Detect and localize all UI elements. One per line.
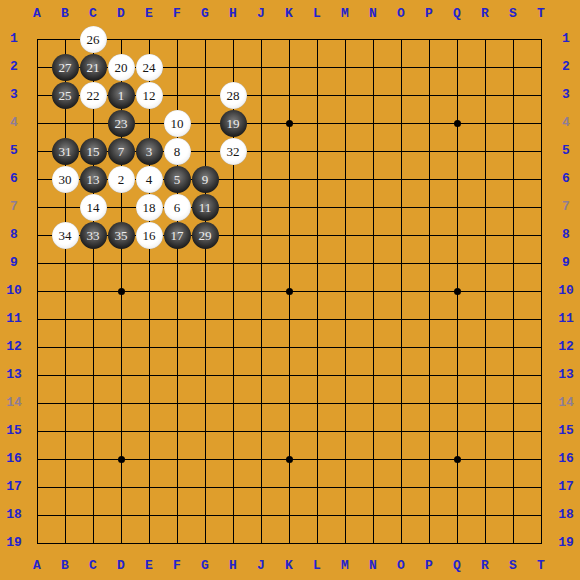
- intersection-L9[interactable]: [303, 249, 331, 277]
- intersection-M19[interactable]: [331, 529, 359, 557]
- intersection-H19[interactable]: [219, 529, 247, 557]
- intersection-J1[interactable]: [247, 25, 275, 53]
- intersection-A6[interactable]: [23, 165, 51, 193]
- intersection-O4[interactable]: [387, 109, 415, 137]
- intersection-T9[interactable]: [527, 249, 555, 277]
- intersection-D14[interactable]: [107, 389, 135, 417]
- intersection-C6[interactable]: 13: [79, 165, 107, 193]
- intersection-E1[interactable]: [135, 25, 163, 53]
- intersection-M7[interactable]: [331, 193, 359, 221]
- intersection-D1[interactable]: [107, 25, 135, 53]
- intersection-H11[interactable]: [219, 305, 247, 333]
- intersection-Q5[interactable]: [443, 137, 471, 165]
- intersection-C1[interactable]: 26: [79, 25, 107, 53]
- intersection-F18[interactable]: [163, 501, 191, 529]
- intersection-F14[interactable]: [163, 389, 191, 417]
- intersection-R1[interactable]: [471, 25, 499, 53]
- intersection-H5[interactable]: 32: [219, 137, 247, 165]
- intersection-K6[interactable]: [275, 165, 303, 193]
- intersection-T17[interactable]: [527, 473, 555, 501]
- intersection-F13[interactable]: [163, 361, 191, 389]
- intersection-E2[interactable]: 24: [135, 53, 163, 81]
- intersection-D10[interactable]: [107, 277, 135, 305]
- intersection-C18[interactable]: [79, 501, 107, 529]
- intersection-R15[interactable]: [471, 417, 499, 445]
- intersection-P16[interactable]: [415, 445, 443, 473]
- intersection-F16[interactable]: [163, 445, 191, 473]
- intersection-G3[interactable]: [191, 81, 219, 109]
- intersection-D16[interactable]: [107, 445, 135, 473]
- intersection-B14[interactable]: [51, 389, 79, 417]
- intersection-K10[interactable]: [275, 277, 303, 305]
- intersection-S13[interactable]: [499, 361, 527, 389]
- intersection-M18[interactable]: [331, 501, 359, 529]
- intersection-D3[interactable]: 1: [107, 81, 135, 109]
- intersection-A19[interactable]: [23, 529, 51, 557]
- intersection-N6[interactable]: [359, 165, 387, 193]
- intersection-F8[interactable]: 17: [163, 221, 191, 249]
- intersection-L10[interactable]: [303, 277, 331, 305]
- intersection-L7[interactable]: [303, 193, 331, 221]
- intersection-K19[interactable]: [275, 529, 303, 557]
- intersection-D5[interactable]: 7: [107, 137, 135, 165]
- intersection-S16[interactable]: [499, 445, 527, 473]
- intersection-S7[interactable]: [499, 193, 527, 221]
- intersection-L4[interactable]: [303, 109, 331, 137]
- intersection-R14[interactable]: [471, 389, 499, 417]
- intersection-F12[interactable]: [163, 333, 191, 361]
- intersection-L6[interactable]: [303, 165, 331, 193]
- intersection-L13[interactable]: [303, 361, 331, 389]
- intersection-F19[interactable]: [163, 529, 191, 557]
- intersection-A1[interactable]: [23, 25, 51, 53]
- intersection-G17[interactable]: [191, 473, 219, 501]
- intersection-T11[interactable]: [527, 305, 555, 333]
- intersection-C17[interactable]: [79, 473, 107, 501]
- intersection-A4[interactable]: [23, 109, 51, 137]
- intersection-P9[interactable]: [415, 249, 443, 277]
- intersection-O8[interactable]: [387, 221, 415, 249]
- intersection-O9[interactable]: [387, 249, 415, 277]
- intersection-N19[interactable]: [359, 529, 387, 557]
- intersection-D19[interactable]: [107, 529, 135, 557]
- intersection-K12[interactable]: [275, 333, 303, 361]
- intersection-F1[interactable]: [163, 25, 191, 53]
- intersection-Q12[interactable]: [443, 333, 471, 361]
- intersection-B6[interactable]: 30: [51, 165, 79, 193]
- intersection-M12[interactable]: [331, 333, 359, 361]
- intersection-S5[interactable]: [499, 137, 527, 165]
- intersection-N11[interactable]: [359, 305, 387, 333]
- intersection-O2[interactable]: [387, 53, 415, 81]
- intersection-L12[interactable]: [303, 333, 331, 361]
- intersection-F3[interactable]: [163, 81, 191, 109]
- intersection-N4[interactable]: [359, 109, 387, 137]
- intersection-R17[interactable]: [471, 473, 499, 501]
- intersection-J11[interactable]: [247, 305, 275, 333]
- intersection-M4[interactable]: [331, 109, 359, 137]
- intersection-J16[interactable]: [247, 445, 275, 473]
- intersection-D2[interactable]: 20: [107, 53, 135, 81]
- intersection-T6[interactable]: [527, 165, 555, 193]
- intersection-H7[interactable]: [219, 193, 247, 221]
- intersection-T13[interactable]: [527, 361, 555, 389]
- intersection-J19[interactable]: [247, 529, 275, 557]
- intersection-R3[interactable]: [471, 81, 499, 109]
- intersection-C13[interactable]: [79, 361, 107, 389]
- intersection-K18[interactable]: [275, 501, 303, 529]
- intersection-S12[interactable]: [499, 333, 527, 361]
- intersection-P4[interactable]: [415, 109, 443, 137]
- intersection-E18[interactable]: [135, 501, 163, 529]
- intersection-H10[interactable]: [219, 277, 247, 305]
- intersection-C4[interactable]: [79, 109, 107, 137]
- intersection-C11[interactable]: [79, 305, 107, 333]
- intersection-L2[interactable]: [303, 53, 331, 81]
- intersection-R12[interactable]: [471, 333, 499, 361]
- intersection-R16[interactable]: [471, 445, 499, 473]
- intersection-L15[interactable]: [303, 417, 331, 445]
- intersection-S8[interactable]: [499, 221, 527, 249]
- intersection-F2[interactable]: [163, 53, 191, 81]
- intersection-Q6[interactable]: [443, 165, 471, 193]
- intersection-E17[interactable]: [135, 473, 163, 501]
- intersection-N5[interactable]: [359, 137, 387, 165]
- intersection-C14[interactable]: [79, 389, 107, 417]
- intersection-Q19[interactable]: [443, 529, 471, 557]
- intersection-A10[interactable]: [23, 277, 51, 305]
- intersection-H8[interactable]: [219, 221, 247, 249]
- intersection-T19[interactable]: [527, 529, 555, 557]
- intersection-P13[interactable]: [415, 361, 443, 389]
- intersection-J8[interactable]: [247, 221, 275, 249]
- intersection-S15[interactable]: [499, 417, 527, 445]
- intersection-B11[interactable]: [51, 305, 79, 333]
- intersection-K17[interactable]: [275, 473, 303, 501]
- intersection-K3[interactable]: [275, 81, 303, 109]
- intersection-M5[interactable]: [331, 137, 359, 165]
- intersection-M17[interactable]: [331, 473, 359, 501]
- intersection-G13[interactable]: [191, 361, 219, 389]
- intersection-S3[interactable]: [499, 81, 527, 109]
- intersection-P8[interactable]: [415, 221, 443, 249]
- intersection-B5[interactable]: 31: [51, 137, 79, 165]
- intersection-B16[interactable]: [51, 445, 79, 473]
- intersection-B8[interactable]: 34: [51, 221, 79, 249]
- intersection-A12[interactable]: [23, 333, 51, 361]
- intersection-M10[interactable]: [331, 277, 359, 305]
- intersection-H1[interactable]: [219, 25, 247, 53]
- intersection-G16[interactable]: [191, 445, 219, 473]
- intersection-B13[interactable]: [51, 361, 79, 389]
- intersection-F9[interactable]: [163, 249, 191, 277]
- intersection-C10[interactable]: [79, 277, 107, 305]
- intersection-S11[interactable]: [499, 305, 527, 333]
- intersection-L16[interactable]: [303, 445, 331, 473]
- intersection-E19[interactable]: [135, 529, 163, 557]
- intersection-C2[interactable]: 21: [79, 53, 107, 81]
- intersection-N2[interactable]: [359, 53, 387, 81]
- intersection-T18[interactable]: [527, 501, 555, 529]
- intersection-J6[interactable]: [247, 165, 275, 193]
- intersection-G19[interactable]: [191, 529, 219, 557]
- intersection-T16[interactable]: [527, 445, 555, 473]
- intersection-T8[interactable]: [527, 221, 555, 249]
- intersection-D7[interactable]: [107, 193, 135, 221]
- intersection-E14[interactable]: [135, 389, 163, 417]
- intersection-M8[interactable]: [331, 221, 359, 249]
- intersection-L14[interactable]: [303, 389, 331, 417]
- intersection-B15[interactable]: [51, 417, 79, 445]
- intersection-K1[interactable]: [275, 25, 303, 53]
- intersection-S2[interactable]: [499, 53, 527, 81]
- intersection-J2[interactable]: [247, 53, 275, 81]
- intersection-K16[interactable]: [275, 445, 303, 473]
- intersection-J9[interactable]: [247, 249, 275, 277]
- intersection-C9[interactable]: [79, 249, 107, 277]
- intersection-T14[interactable]: [527, 389, 555, 417]
- intersection-O17[interactable]: [387, 473, 415, 501]
- intersection-B12[interactable]: [51, 333, 79, 361]
- intersection-R8[interactable]: [471, 221, 499, 249]
- intersection-O3[interactable]: [387, 81, 415, 109]
- intersection-K14[interactable]: [275, 389, 303, 417]
- intersection-K4[interactable]: [275, 109, 303, 137]
- intersection-D4[interactable]: 23: [107, 109, 135, 137]
- intersection-L3[interactable]: [303, 81, 331, 109]
- intersection-Q4[interactable]: [443, 109, 471, 137]
- intersection-G2[interactable]: [191, 53, 219, 81]
- intersection-A15[interactable]: [23, 417, 51, 445]
- intersection-R13[interactable]: [471, 361, 499, 389]
- intersection-N1[interactable]: [359, 25, 387, 53]
- intersection-B7[interactable]: [51, 193, 79, 221]
- intersection-T15[interactable]: [527, 417, 555, 445]
- intersection-C3[interactable]: 22: [79, 81, 107, 109]
- intersection-B4[interactable]: [51, 109, 79, 137]
- intersection-M2[interactable]: [331, 53, 359, 81]
- intersection-K13[interactable]: [275, 361, 303, 389]
- intersection-L18[interactable]: [303, 501, 331, 529]
- intersection-Q14[interactable]: [443, 389, 471, 417]
- intersection-P7[interactable]: [415, 193, 443, 221]
- intersection-T5[interactable]: [527, 137, 555, 165]
- intersection-K8[interactable]: [275, 221, 303, 249]
- intersection-F7[interactable]: 6: [163, 193, 191, 221]
- intersection-T7[interactable]: [527, 193, 555, 221]
- intersection-N8[interactable]: [359, 221, 387, 249]
- intersection-H17[interactable]: [219, 473, 247, 501]
- intersection-R18[interactable]: [471, 501, 499, 529]
- intersection-B18[interactable]: [51, 501, 79, 529]
- intersection-F4[interactable]: 10: [163, 109, 191, 137]
- intersection-J4[interactable]: [247, 109, 275, 137]
- intersection-B17[interactable]: [51, 473, 79, 501]
- intersection-H4[interactable]: 19: [219, 109, 247, 137]
- intersection-H16[interactable]: [219, 445, 247, 473]
- intersection-C19[interactable]: [79, 529, 107, 557]
- intersection-P1[interactable]: [415, 25, 443, 53]
- intersection-A17[interactable]: [23, 473, 51, 501]
- intersection-P6[interactable]: [415, 165, 443, 193]
- intersection-B1[interactable]: [51, 25, 79, 53]
- intersection-H18[interactable]: [219, 501, 247, 529]
- intersection-D12[interactable]: [107, 333, 135, 361]
- intersection-J14[interactable]: [247, 389, 275, 417]
- intersection-F5[interactable]: 8: [163, 137, 191, 165]
- intersection-Q10[interactable]: [443, 277, 471, 305]
- intersection-P15[interactable]: [415, 417, 443, 445]
- intersection-J15[interactable]: [247, 417, 275, 445]
- intersection-T3[interactable]: [527, 81, 555, 109]
- intersection-J7[interactable]: [247, 193, 275, 221]
- intersection-H13[interactable]: [219, 361, 247, 389]
- intersection-E9[interactable]: [135, 249, 163, 277]
- intersection-M3[interactable]: [331, 81, 359, 109]
- intersection-C15[interactable]: [79, 417, 107, 445]
- intersection-J18[interactable]: [247, 501, 275, 529]
- intersection-J12[interactable]: [247, 333, 275, 361]
- intersection-G7[interactable]: 11: [191, 193, 219, 221]
- intersection-P17[interactable]: [415, 473, 443, 501]
- intersection-K15[interactable]: [275, 417, 303, 445]
- intersection-P18[interactable]: [415, 501, 443, 529]
- intersection-R2[interactable]: [471, 53, 499, 81]
- intersection-T1[interactable]: [527, 25, 555, 53]
- intersection-B9[interactable]: [51, 249, 79, 277]
- intersection-P19[interactable]: [415, 529, 443, 557]
- intersection-E10[interactable]: [135, 277, 163, 305]
- intersection-E16[interactable]: [135, 445, 163, 473]
- intersection-A11[interactable]: [23, 305, 51, 333]
- intersection-F11[interactable]: [163, 305, 191, 333]
- intersection-C8[interactable]: 33: [79, 221, 107, 249]
- intersection-O13[interactable]: [387, 361, 415, 389]
- intersection-B10[interactable]: [51, 277, 79, 305]
- intersection-H6[interactable]: [219, 165, 247, 193]
- intersection-E4[interactable]: [135, 109, 163, 137]
- intersection-G4[interactable]: [191, 109, 219, 137]
- intersection-D13[interactable]: [107, 361, 135, 389]
- intersection-A5[interactable]: [23, 137, 51, 165]
- intersection-J10[interactable]: [247, 277, 275, 305]
- intersection-O19[interactable]: [387, 529, 415, 557]
- intersection-D17[interactable]: [107, 473, 135, 501]
- intersection-A16[interactable]: [23, 445, 51, 473]
- intersection-N14[interactable]: [359, 389, 387, 417]
- intersection-K9[interactable]: [275, 249, 303, 277]
- intersection-C5[interactable]: 15: [79, 137, 107, 165]
- intersection-C7[interactable]: 14: [79, 193, 107, 221]
- intersection-S1[interactable]: [499, 25, 527, 53]
- intersection-O6[interactable]: [387, 165, 415, 193]
- intersection-D9[interactable]: [107, 249, 135, 277]
- intersection-G8[interactable]: 29: [191, 221, 219, 249]
- intersection-E11[interactable]: [135, 305, 163, 333]
- intersection-L8[interactable]: [303, 221, 331, 249]
- intersection-G15[interactable]: [191, 417, 219, 445]
- intersection-A3[interactable]: [23, 81, 51, 109]
- intersection-A9[interactable]: [23, 249, 51, 277]
- intersection-R4[interactable]: [471, 109, 499, 137]
- intersection-R7[interactable]: [471, 193, 499, 221]
- intersection-G10[interactable]: [191, 277, 219, 305]
- intersection-E12[interactable]: [135, 333, 163, 361]
- intersection-O11[interactable]: [387, 305, 415, 333]
- intersection-N13[interactable]: [359, 361, 387, 389]
- intersection-A18[interactable]: [23, 501, 51, 529]
- intersection-N3[interactable]: [359, 81, 387, 109]
- intersection-M16[interactable]: [331, 445, 359, 473]
- intersection-R10[interactable]: [471, 277, 499, 305]
- intersection-M15[interactable]: [331, 417, 359, 445]
- intersection-E5[interactable]: 3: [135, 137, 163, 165]
- intersection-N7[interactable]: [359, 193, 387, 221]
- intersection-G6[interactable]: 9: [191, 165, 219, 193]
- intersection-Q9[interactable]: [443, 249, 471, 277]
- intersection-D18[interactable]: [107, 501, 135, 529]
- intersection-N17[interactable]: [359, 473, 387, 501]
- intersection-E8[interactable]: 16: [135, 221, 163, 249]
- intersection-Q15[interactable]: [443, 417, 471, 445]
- intersection-M6[interactable]: [331, 165, 359, 193]
- intersection-F15[interactable]: [163, 417, 191, 445]
- intersection-E3[interactable]: 12: [135, 81, 163, 109]
- intersection-M14[interactable]: [331, 389, 359, 417]
- intersection-F6[interactable]: 5: [163, 165, 191, 193]
- intersection-O7[interactable]: [387, 193, 415, 221]
- intersection-O18[interactable]: [387, 501, 415, 529]
- intersection-Q1[interactable]: [443, 25, 471, 53]
- intersection-P12[interactable]: [415, 333, 443, 361]
- intersection-D8[interactable]: 35: [107, 221, 135, 249]
- intersection-L11[interactable]: [303, 305, 331, 333]
- intersection-M9[interactable]: [331, 249, 359, 277]
- intersection-K7[interactable]: [275, 193, 303, 221]
- intersection-S14[interactable]: [499, 389, 527, 417]
- intersection-S10[interactable]: [499, 277, 527, 305]
- intersection-D15[interactable]: [107, 417, 135, 445]
- intersection-R6[interactable]: [471, 165, 499, 193]
- intersection-T4[interactable]: [527, 109, 555, 137]
- intersection-J5[interactable]: [247, 137, 275, 165]
- intersection-G14[interactable]: [191, 389, 219, 417]
- intersection-Q11[interactable]: [443, 305, 471, 333]
- intersection-Q16[interactable]: [443, 445, 471, 473]
- intersection-D11[interactable]: [107, 305, 135, 333]
- intersection-G5[interactable]: [191, 137, 219, 165]
- intersection-J17[interactable]: [247, 473, 275, 501]
- intersection-M13[interactable]: [331, 361, 359, 389]
- intersection-A13[interactable]: [23, 361, 51, 389]
- intersection-Q3[interactable]: [443, 81, 471, 109]
- intersection-L1[interactable]: [303, 25, 331, 53]
- intersection-J3[interactable]: [247, 81, 275, 109]
- intersection-K2[interactable]: [275, 53, 303, 81]
- intersection-O5[interactable]: [387, 137, 415, 165]
- intersection-P5[interactable]: [415, 137, 443, 165]
- intersection-L5[interactable]: [303, 137, 331, 165]
- intersection-T2[interactable]: [527, 53, 555, 81]
- intersection-R19[interactable]: [471, 529, 499, 557]
- intersection-B2[interactable]: 27: [51, 53, 79, 81]
- intersection-P10[interactable]: [415, 277, 443, 305]
- intersection-Q17[interactable]: [443, 473, 471, 501]
- intersection-O15[interactable]: [387, 417, 415, 445]
- intersection-T10[interactable]: [527, 277, 555, 305]
- intersection-H15[interactable]: [219, 417, 247, 445]
- intersection-M1[interactable]: [331, 25, 359, 53]
